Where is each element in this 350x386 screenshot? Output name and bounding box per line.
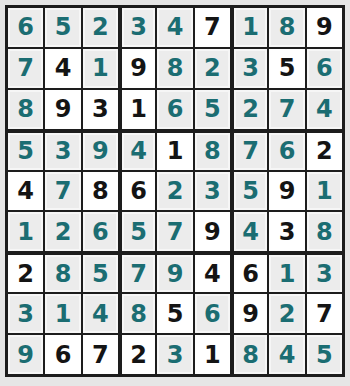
cell-r8c4[interactable]: 8	[120, 294, 155, 333]
cell-r6c9[interactable]: 8	[307, 212, 342, 251]
cell-r1c1[interactable]: 6	[8, 8, 43, 47]
cell-r9c9[interactable]: 5	[307, 335, 342, 374]
cell-r7c1[interactable]: 2	[8, 253, 43, 292]
cell-r9c4[interactable]: 2	[120, 335, 155, 374]
cell-r6c1[interactable]: 1	[8, 212, 43, 251]
cell-r1c7[interactable]: 1	[232, 8, 267, 47]
cell-r1c3[interactable]: 2	[83, 8, 118, 47]
cell-r2c5[interactable]: 8	[157, 49, 192, 88]
cell-r6c2[interactable]: 2	[45, 212, 80, 251]
cell-r3c8[interactable]: 7	[269, 90, 304, 129]
cell-r6c4[interactable]: 5	[120, 212, 155, 251]
cell-r7c8[interactable]: 1	[269, 253, 304, 292]
cell-r9c1[interactable]: 9	[8, 335, 43, 374]
cell-r2c3[interactable]: 1	[83, 49, 118, 88]
sudoku-board: 6523471897419823568931652745394187624786…	[5, 5, 345, 377]
cell-r6c3[interactable]: 6	[83, 212, 118, 251]
cell-r9c5[interactable]: 3	[157, 335, 192, 374]
cell-r1c8[interactable]: 8	[269, 8, 304, 47]
cell-r3c3[interactable]: 3	[83, 90, 118, 129]
cell-r4c5[interactable]: 1	[157, 131, 192, 170]
cell-r1c9[interactable]: 9	[307, 8, 342, 47]
cell-r5c5[interactable]: 2	[157, 172, 192, 211]
cell-r6c8[interactable]: 3	[269, 212, 304, 251]
cell-r2c8[interactable]: 5	[269, 49, 304, 88]
cell-r7c7[interactable]: 6	[232, 253, 267, 292]
cell-r6c5[interactable]: 7	[157, 212, 192, 251]
cell-r1c4[interactable]: 3	[120, 8, 155, 47]
cell-r5c1[interactable]: 4	[8, 172, 43, 211]
cell-r5c9[interactable]: 1	[307, 172, 342, 211]
cell-r2c2[interactable]: 4	[45, 49, 80, 88]
cell-r5c3[interactable]: 8	[83, 172, 118, 211]
cell-r5c7[interactable]: 5	[232, 172, 267, 211]
cell-r8c9[interactable]: 7	[307, 294, 342, 333]
cell-r3c7[interactable]: 2	[232, 90, 267, 129]
cell-r9c8[interactable]: 4	[269, 335, 304, 374]
cell-r2c9[interactable]: 6	[307, 49, 342, 88]
sudoku-page: 6523471897419823568931652745394187624786…	[0, 0, 350, 386]
cell-r3c1[interactable]: 8	[8, 90, 43, 129]
cell-r7c2[interactable]: 8	[45, 253, 80, 292]
cell-r7c6[interactable]: 4	[195, 253, 230, 292]
cell-r4c8[interactable]: 6	[269, 131, 304, 170]
cell-r7c3[interactable]: 5	[83, 253, 118, 292]
cell-r7c4[interactable]: 7	[120, 253, 155, 292]
cell-r8c8[interactable]: 2	[269, 294, 304, 333]
cell-r8c6[interactable]: 6	[195, 294, 230, 333]
cell-r3c4[interactable]: 1	[120, 90, 155, 129]
cell-r8c3[interactable]: 4	[83, 294, 118, 333]
cell-r4c3[interactable]: 9	[83, 131, 118, 170]
cell-r4c1[interactable]: 5	[8, 131, 43, 170]
cell-r4c2[interactable]: 3	[45, 131, 80, 170]
cell-r8c2[interactable]: 1	[45, 294, 80, 333]
cell-r2c6[interactable]: 2	[195, 49, 230, 88]
cell-r1c6[interactable]: 7	[195, 8, 230, 47]
cell-r2c7[interactable]: 3	[232, 49, 267, 88]
cell-r4c6[interactable]: 8	[195, 131, 230, 170]
cell-r3c5[interactable]: 6	[157, 90, 192, 129]
cell-r9c6[interactable]: 1	[195, 335, 230, 374]
cell-r9c2[interactable]: 6	[45, 335, 80, 374]
cell-r8c1[interactable]: 3	[8, 294, 43, 333]
cell-r5c8[interactable]: 9	[269, 172, 304, 211]
cell-r8c5[interactable]: 5	[157, 294, 192, 333]
cell-r1c2[interactable]: 5	[45, 8, 80, 47]
cell-r1c5[interactable]: 4	[157, 8, 192, 47]
cell-r4c9[interactable]: 2	[307, 131, 342, 170]
cell-r3c9[interactable]: 4	[307, 90, 342, 129]
cell-r2c4[interactable]: 9	[120, 49, 155, 88]
cell-r3c6[interactable]: 5	[195, 90, 230, 129]
cell-r9c7[interactable]: 8	[232, 335, 267, 374]
cell-r5c4[interactable]: 6	[120, 172, 155, 211]
cell-r2c1[interactable]: 7	[8, 49, 43, 88]
cell-r9c3[interactable]: 7	[83, 335, 118, 374]
cell-r7c9[interactable]: 3	[307, 253, 342, 292]
cell-r6c6[interactable]: 9	[195, 212, 230, 251]
cell-r5c6[interactable]: 3	[195, 172, 230, 211]
cell-r4c7[interactable]: 7	[232, 131, 267, 170]
cell-r3c2[interactable]: 9	[45, 90, 80, 129]
cell-r5c2[interactable]: 7	[45, 172, 80, 211]
cell-r8c7[interactable]: 9	[232, 294, 267, 333]
cell-r6c7[interactable]: 4	[232, 212, 267, 251]
cell-r7c5[interactable]: 9	[157, 253, 192, 292]
cell-r4c4[interactable]: 4	[120, 131, 155, 170]
